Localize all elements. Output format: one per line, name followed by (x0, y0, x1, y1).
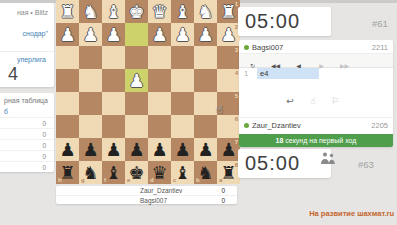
app-window: ная • Blitz снодар" уперлига 4 рная табл… (0, 0, 397, 225)
player-score: 0 (221, 187, 225, 194)
opponent-row: Bagsi007 2211 (239, 40, 393, 53)
file-label: g (81, 177, 85, 183)
square-f1[interactable]: ♝ (102, 0, 125, 23)
white-knight: ♞ (194, 0, 217, 23)
square-d7[interactable]: ♟ (148, 138, 171, 161)
rank-label: 7 (235, 139, 238, 145)
square-e8[interactable]: ♚e (125, 161, 148, 184)
square-f8[interactable]: ♝f (102, 161, 125, 184)
square-b3[interactable] (194, 46, 217, 69)
spectators-icon (320, 151, 336, 169)
square-h3[interactable] (56, 46, 79, 69)
divider (0, 51, 54, 52)
black-pawn: ♟ (125, 138, 148, 161)
square-h8[interactable]: ♜h (56, 161, 79, 184)
square-a2[interactable]: ♟2 (217, 23, 240, 46)
square-b4[interactable] (194, 69, 217, 92)
rank-label: 4 (235, 70, 238, 76)
square-d6[interactable] (148, 115, 171, 138)
square-e6[interactable] (125, 115, 148, 138)
square-h6[interactable] (56, 115, 79, 138)
square-h1[interactable]: ♜ (56, 0, 79, 23)
match-score-card: Zaur_Dzantiev 0 Bagsi007 0 (56, 186, 237, 204)
black-pawn: ♟ (79, 138, 102, 161)
square-d5[interactable] (148, 92, 171, 115)
square-b5[interactable] (194, 92, 217, 115)
standings-row[interactable]: 0 (0, 161, 54, 173)
rank-label: 1 (235, 1, 238, 7)
square-e1[interactable]: ♚ (125, 0, 148, 23)
online-status-icon (244, 123, 249, 128)
square-c4[interactable] (171, 69, 194, 92)
move-san-selected[interactable]: e4 (257, 68, 319, 79)
white-pawn: ♟ (56, 23, 79, 46)
square-d2[interactable]: ♟ (148, 23, 171, 46)
offer-draw-icon[interactable]: ☝ (306, 95, 320, 108)
square-f7[interactable]: ♟ (102, 138, 125, 161)
square-b7[interactable]: ♟ (194, 138, 217, 161)
square-e5[interactable] (125, 92, 148, 115)
standings-score: 0 (42, 131, 46, 138)
square-h4[interactable] (56, 69, 79, 92)
player-row: Zaur_Dzantiev 2205 (239, 117, 393, 131)
black-pawn: ♟ (194, 138, 217, 161)
square-c3[interactable] (171, 46, 194, 69)
square-f2[interactable]: ♟ (102, 23, 125, 46)
square-b2[interactable]: ♟ (194, 23, 217, 46)
standings-card: рная таблица б 0 0 0 0 0 (0, 93, 54, 172)
black-pawn: ♟ (102, 138, 125, 161)
square-f3[interactable] (102, 46, 125, 69)
standings-score: 0 (42, 153, 46, 160)
file-label: a (219, 177, 222, 183)
game-actions: ↩ ☝ ⚐ (239, 95, 393, 108)
square-g7[interactable]: ♟ (79, 138, 102, 161)
white-pawn: ♟ (171, 23, 194, 46)
square-d8[interactable]: ♛d (148, 161, 171, 184)
standings-score: 0 (42, 120, 46, 127)
tournament-type-label: ная • Blitz (17, 9, 48, 16)
white-pawn: ♟ (194, 23, 217, 46)
opponent-name[interactable]: Bagsi007 (252, 43, 283, 52)
square-d4[interactable] (148, 69, 171, 92)
resign-flag-icon[interactable]: ⚐ (328, 95, 342, 108)
square-d1[interactable]: ♛ (148, 0, 171, 23)
board-number-bottom: #63 (358, 159, 374, 170)
white-pawn: ♟ (125, 69, 148, 92)
square-a7[interactable]: ♟7 (217, 138, 240, 161)
rank-label: 5 (235, 93, 238, 99)
rank-label: 6 (235, 116, 238, 122)
move-navigation-bar: ↻◀◀◀▶▶▶ (239, 53, 393, 68)
tournament-info-card: ная • Blitz снодар" уперлига 4 (0, 3, 54, 87)
round-number: 4 (8, 64, 18, 85)
square-c7[interactable]: ♟ (171, 138, 194, 161)
board-number-top: #61 (372, 18, 388, 29)
black-pawn: ♟ (56, 138, 79, 161)
black-pawn: ♟ (148, 138, 171, 161)
square-h5[interactable] (56, 92, 79, 115)
square-f4[interactable] (102, 69, 125, 92)
square-f5[interactable] (102, 92, 125, 115)
square-b6[interactable] (194, 115, 217, 138)
standings-score: 0 (42, 164, 46, 171)
square-a8[interactable]: ♜8a (217, 161, 240, 184)
white-knight: ♞ (79, 0, 102, 23)
white-pawn: ♟ (102, 23, 125, 46)
standings-title: рная таблица (4, 97, 48, 104)
file-label: b (196, 177, 200, 183)
player-name[interactable]: Zaur_Dzantiev (252, 121, 301, 130)
player-rating: 2205 (371, 121, 388, 130)
square-e7[interactable]: ♟ (125, 138, 148, 161)
opponent-clock: 05:00 (238, 7, 331, 36)
square-b1[interactable]: ♞ (194, 0, 217, 23)
timer-text: секунд на первый ход (283, 137, 356, 144)
file-label: e (127, 177, 130, 183)
match-row[interactable]: Bagsi007 0 (56, 195, 237, 205)
square-e3[interactable] (125, 46, 148, 69)
square-a3[interactable]: 3 (217, 46, 240, 69)
league-link[interactable]: уперлига (17, 56, 46, 63)
takeback-icon[interactable]: ↩ (283, 95, 297, 108)
white-bishop: ♝ (171, 0, 194, 23)
team-link[interactable]: снодар" (23, 30, 48, 37)
player-score: 0 (221, 197, 225, 204)
square-d3[interactable] (148, 46, 171, 69)
square-g2[interactable]: ♟ (79, 23, 102, 46)
square-f6[interactable] (102, 115, 125, 138)
square-a1[interactable]: ♜1 (217, 0, 240, 23)
rank-label: 3 (235, 47, 238, 53)
white-queen: ♛ (148, 0, 171, 23)
white-pawn: ♟ (79, 23, 102, 46)
game-panel: Bagsi007 2211 ↻◀◀◀▶▶▶ 1 e4 ↩ ☝ ⚐ Zaur_Dz… (239, 40, 393, 147)
square-c8[interactable]: ♝c (171, 161, 194, 184)
player-name: Zaur_Dzantiev (140, 187, 182, 194)
square-g3[interactable] (79, 46, 102, 69)
square-c1[interactable]: ♝ (171, 0, 194, 23)
white-bishop: ♝ (102, 0, 125, 23)
file-label: f (104, 177, 106, 183)
square-c5[interactable] (171, 92, 194, 115)
square-g8[interactable]: ♞g (79, 161, 102, 184)
white-king: ♚ (125, 0, 148, 23)
black-pawn: ♟ (171, 138, 194, 161)
opponent-rating: 2211 (372, 43, 388, 52)
square-a4[interactable]: 4 (217, 69, 240, 92)
square-e2[interactable] (125, 23, 148, 46)
square-g1[interactable]: ♞ (79, 0, 102, 23)
square-e4[interactable]: ♟ (125, 69, 148, 92)
move-list-row: 1 e4 (239, 67, 393, 80)
standings-score: 0 (42, 142, 46, 149)
square-h2[interactable]: ♟ (56, 23, 79, 46)
square-g6[interactable] (79, 115, 102, 138)
white-rook: ♜ (56, 0, 79, 23)
square-g5[interactable] (79, 92, 102, 115)
move-number: 1 (244, 69, 248, 78)
player-name: Bagsi007 (140, 197, 167, 204)
file-label: h (58, 177, 62, 183)
chess-board[interactable]: ♜♞♝♚♛♝♞♜1♟♟♟♟♟♟♟23♟456♟♟♟♟♟♟♟♟7♜h♞g♝f♚e♛… (56, 0, 240, 184)
file-label: c (173, 177, 176, 183)
cursor-pointer-icon: ☝ (216, 103, 223, 116)
first-move-timer-banner: 18 секунд на первый ход (239, 134, 393, 147)
player-clock: 05:00 (238, 149, 331, 178)
square-h7[interactable]: ♟ (56, 138, 79, 161)
square-a6[interactable]: 6 (217, 115, 240, 138)
square-c2[interactable]: ♟ (171, 23, 194, 46)
file-label: d (150, 177, 154, 183)
standings-club-link[interactable]: б (4, 108, 8, 115)
online-status-icon (244, 45, 249, 50)
match-row[interactable]: Zaur_Dzantiev 0 (56, 186, 237, 195)
site-watermark-link[interactable]: На развитие шахмат.ru (309, 209, 394, 218)
square-b8[interactable]: ♞b (194, 161, 217, 184)
square-g4[interactable] (79, 69, 102, 92)
square-c6[interactable] (171, 115, 194, 138)
white-pawn: ♟ (148, 23, 171, 46)
